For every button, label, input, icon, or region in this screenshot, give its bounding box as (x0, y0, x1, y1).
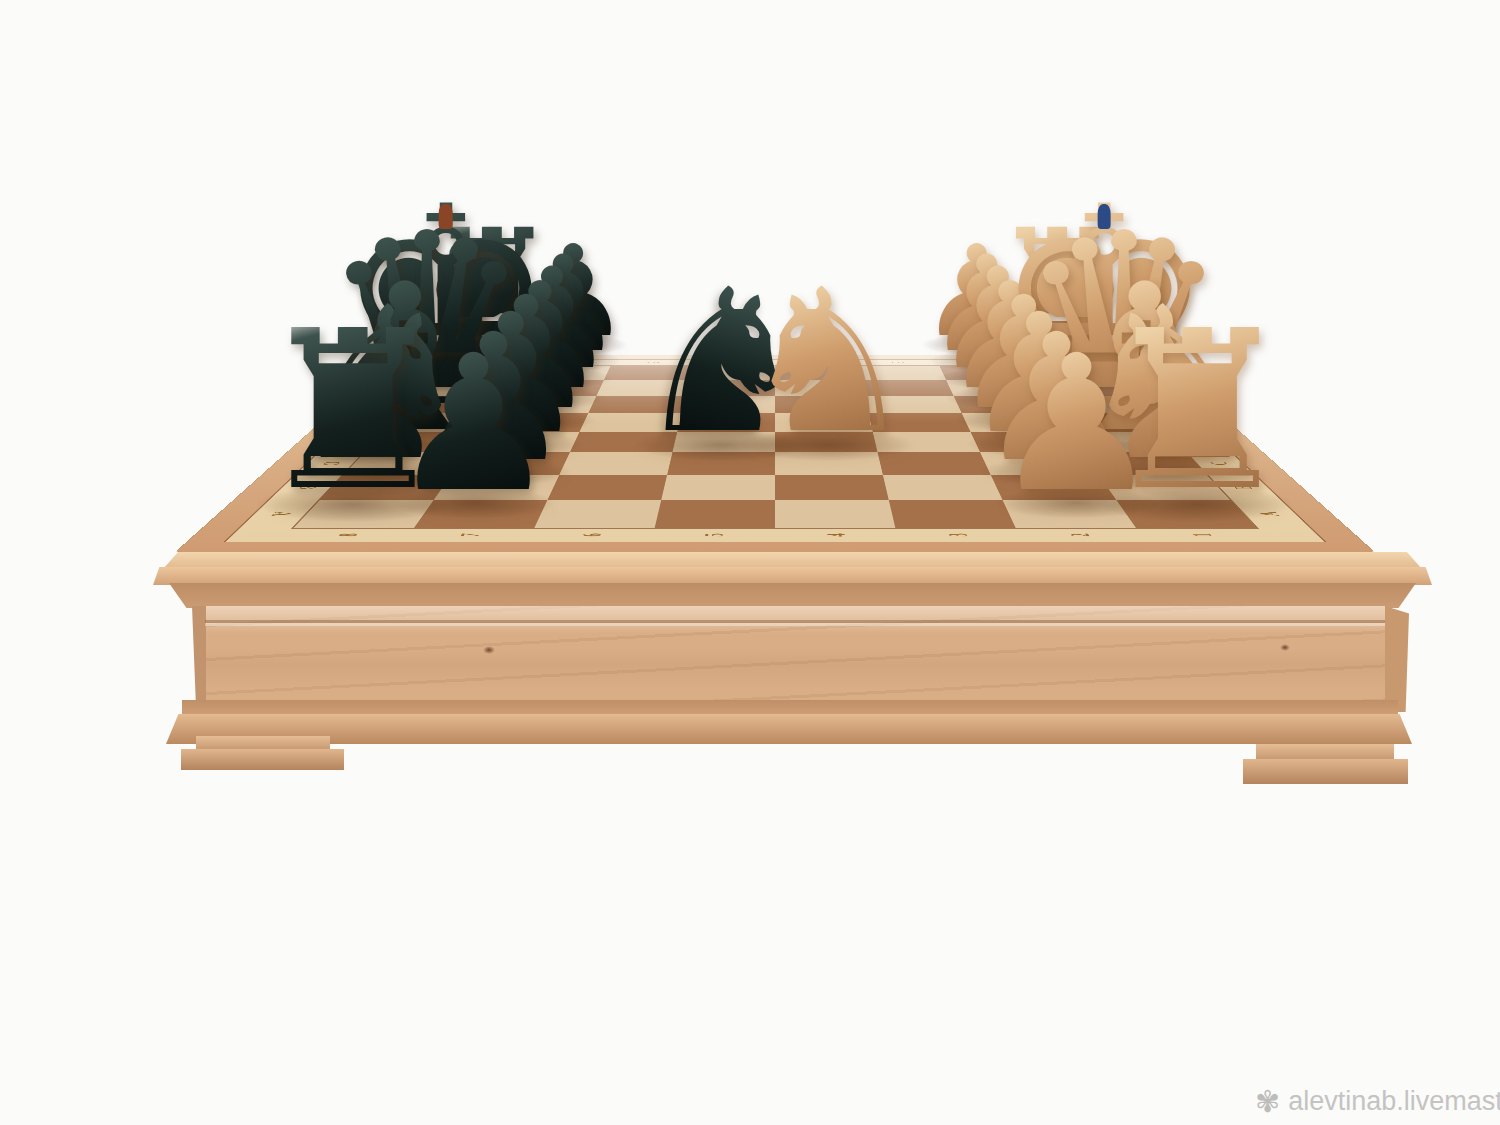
flower-logo-icon: ✾ (1255, 1087, 1280, 1117)
near-rank-label-7: 7 (454, 533, 486, 536)
board-edge-molding-roundover (153, 567, 1432, 585)
chess-set-photo: 88AA77BB66CC55DD44EE33FF22GG11HH ♜♞♝♛♚♝♜… (0, 0, 1500, 1125)
square-a5 (655, 500, 775, 528)
board-edge-molding-top (163, 552, 1422, 569)
watermark-text: alevtinab.livemaster.ru (1288, 1086, 1500, 1117)
wood-knot (483, 646, 495, 654)
square-b5 (661, 475, 775, 500)
wood-knot (1280, 644, 1290, 651)
near-rank-label-4: 4 (821, 533, 851, 536)
board-edge-molding-cove (169, 583, 1416, 608)
square-a4 (775, 500, 895, 528)
square-b4 (775, 475, 889, 500)
watermark: ✾ alevtinab.livemaster.ru (1255, 1086, 1500, 1117)
right-foot-lower-step (1243, 759, 1408, 784)
piece-white-rook-a1: ♜ (1099, 324, 1296, 500)
piece-black-pawn-a7: ♟ (389, 349, 558, 499)
near-rank-label-5: 5 (699, 533, 729, 536)
near-rank-label-3: 3 (942, 533, 973, 536)
box-lid-seam-highlight (205, 623, 1385, 626)
box-base-molding-lower (166, 714, 1412, 744)
box-left-side (192, 606, 206, 712)
piece-white-knight-c4: ♞ (739, 283, 916, 441)
near-rank-label-2: 2 (1064, 533, 1096, 536)
left-foot-lower-step (181, 749, 344, 770)
box-right-side (1385, 606, 1409, 712)
near-rank-label-6: 6 (576, 533, 607, 536)
